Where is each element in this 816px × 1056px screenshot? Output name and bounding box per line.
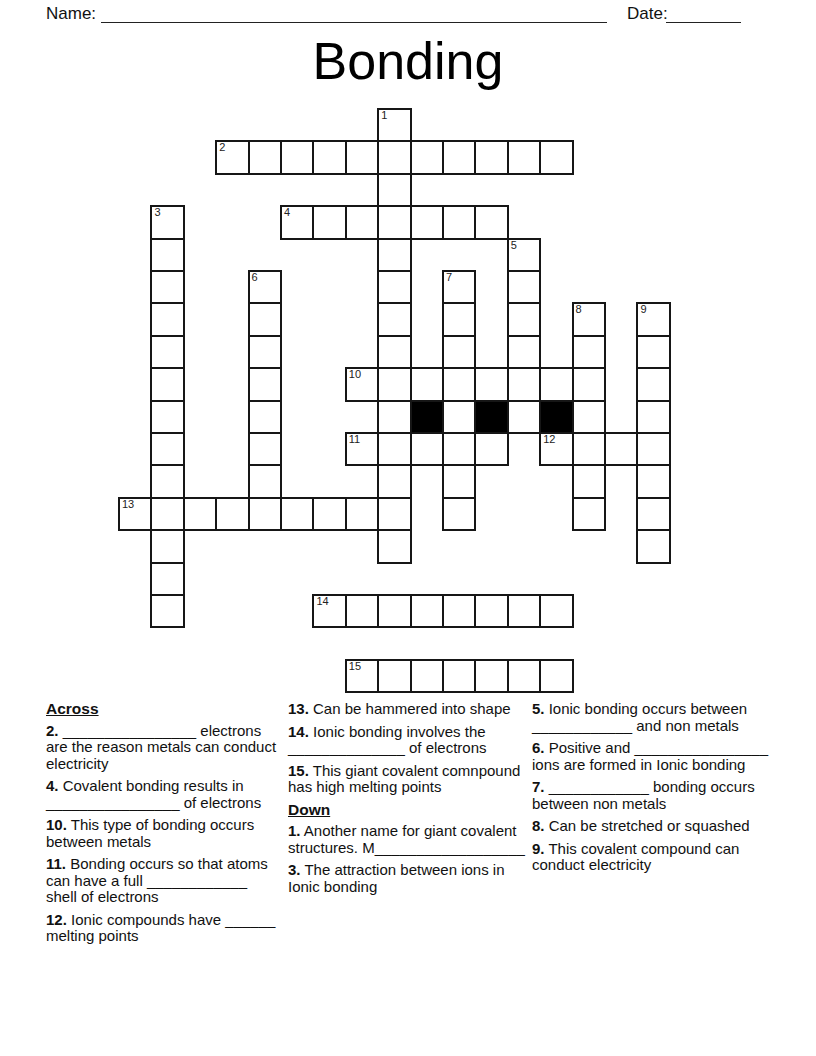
cell-r1c6[interactable]	[312, 140, 346, 174]
cell-r1c11[interactable]	[474, 140, 508, 174]
cell-r12c1[interactable]	[150, 497, 184, 531]
cell-r8c7[interactable]: 10	[345, 367, 379, 401]
clues-column-across: Across2. ________________ electrons are …	[46, 701, 282, 951]
cell-r12c2[interactable]	[183, 497, 217, 531]
clue-14-number: 14.	[288, 723, 309, 740]
down-header: Down	[288, 802, 530, 819]
clue-number-1: 1	[381, 109, 387, 121]
cell-r2c8[interactable]	[377, 173, 411, 207]
worksheet-page: Name: Date: Bonding 12345678910111213141…	[0, 0, 816, 1056]
cell-r8c13[interactable]	[539, 367, 573, 401]
clue-4-number: 4.	[46, 777, 59, 794]
cell-r15c13[interactable]	[539, 594, 573, 628]
clue-14: 14. Ionic bonding involves the _________…	[288, 724, 530, 757]
cell-r10c14[interactable]	[572, 432, 606, 466]
cell-r11c16[interactable]	[636, 464, 670, 498]
clue-7-number: 7.	[532, 778, 545, 795]
cell-r5c12[interactable]	[507, 270, 541, 304]
cell-r17c13[interactable]	[539, 659, 573, 693]
cell-r6c16[interactable]: 9	[636, 302, 670, 336]
cell-r12c5[interactable]	[280, 497, 314, 531]
cell-r10c9[interactable]	[410, 432, 444, 466]
cell-r4c8[interactable]	[377, 238, 411, 272]
cell-r13c1[interactable]	[150, 529, 184, 563]
clue-11-number: 11.	[46, 855, 66, 872]
clue-10: 10. This type of bonding occurs between …	[46, 817, 282, 850]
cell-r11c4[interactable]	[248, 464, 282, 498]
cell-r17c8[interactable]	[377, 659, 411, 693]
cell-r1c5[interactable]	[280, 140, 314, 174]
cell-r15c11[interactable]	[474, 594, 508, 628]
clue-number-7: 7	[446, 271, 452, 283]
clue-7: 7. ____________ bonding occurs between n…	[532, 779, 778, 812]
clue-number-6: 6	[252, 271, 258, 283]
cell-r1c12[interactable]	[507, 140, 541, 174]
clue-6-number: 6.	[532, 739, 545, 756]
cell-r17c11[interactable]	[474, 659, 508, 693]
cell-r3c6[interactable]	[312, 205, 346, 239]
cell-r3c11[interactable]	[474, 205, 508, 239]
page-title: Bonding	[0, 33, 816, 90]
clues-column-down: 5. Ionic bonding occurs between ________…	[532, 701, 778, 880]
cell-r6c4[interactable]	[248, 302, 282, 336]
cell-r9c8[interactable]	[377, 400, 411, 434]
cell-r10c11[interactable]	[474, 432, 508, 466]
cell-r8c9[interactable]	[410, 367, 444, 401]
cell-r15c8[interactable]	[377, 594, 411, 628]
black-cell-r9c9	[410, 400, 444, 434]
clue-5: 5. Ionic bonding occurs between ________…	[532, 701, 778, 734]
cell-r8c8[interactable]	[377, 367, 411, 401]
clue-3: 3. The attraction between ions in Ionic …	[288, 862, 530, 895]
cell-r10c8[interactable]	[377, 432, 411, 466]
cell-r11c8[interactable]	[377, 464, 411, 498]
clue-4: 4. Covalent bonding results in _________…	[46, 778, 282, 811]
cell-r15c12[interactable]	[507, 594, 541, 628]
clue-8-number: 8.	[532, 817, 545, 834]
clue-15: 15. This giant covalent comnpound has hi…	[288, 763, 530, 796]
clue-2: 2. ________________ electrons are the re…	[46, 723, 282, 773]
cell-r9c4[interactable]	[248, 400, 282, 434]
cell-r1c8[interactable]	[377, 140, 411, 174]
clue-10-number: 10.	[46, 816, 67, 833]
cell-r3c5[interactable]: 4	[280, 205, 314, 239]
clue-number-4: 4	[284, 206, 290, 218]
cell-r5c8[interactable]	[377, 270, 411, 304]
cell-r14c1[interactable]	[150, 562, 184, 596]
cell-r8c14[interactable]	[572, 367, 606, 401]
cell-r12c10[interactable]	[442, 497, 476, 531]
cell-r4c1[interactable]	[150, 238, 184, 272]
cell-r5c4[interactable]: 6	[248, 270, 282, 304]
cell-r1c9[interactable]	[410, 140, 444, 174]
cell-r13c16[interactable]	[636, 529, 670, 563]
cell-r9c1[interactable]	[150, 400, 184, 434]
cell-r12c8[interactable]	[377, 497, 411, 531]
cell-r3c9[interactable]	[410, 205, 444, 239]
clue-number-13: 13	[122, 498, 134, 510]
cell-r17c9[interactable]	[410, 659, 444, 693]
cell-r3c1[interactable]: 3	[150, 205, 184, 239]
cell-r0c8[interactable]: 1	[377, 108, 411, 142]
cell-r7c14[interactable]	[572, 335, 606, 369]
cell-r1c10[interactable]	[442, 140, 476, 174]
clue-number-14: 14	[316, 595, 328, 607]
cell-r12c6[interactable]	[312, 497, 346, 531]
clue-number-12: 12	[543, 433, 555, 445]
date-blank-line	[666, 6, 741, 23]
cell-r12c0[interactable]: 13	[118, 497, 152, 531]
name-blank-line	[101, 6, 607, 23]
clue-11: 11. Bonding occurs so that atoms can hav…	[46, 856, 282, 906]
cell-r8c4[interactable]	[248, 367, 282, 401]
cell-r10c13[interactable]: 12	[539, 432, 573, 466]
cell-r15c10[interactable]	[442, 594, 476, 628]
clue-1: 1. Another name for giant covalent struc…	[288, 823, 530, 856]
cell-r7c16[interactable]	[636, 335, 670, 369]
cell-r17c10[interactable]	[442, 659, 476, 693]
across-header: Across	[46, 701, 282, 718]
cell-r15c9[interactable]	[410, 594, 444, 628]
cell-r7c4[interactable]	[248, 335, 282, 369]
cell-r11c10[interactable]	[442, 464, 476, 498]
cell-r3c7[interactable]	[345, 205, 379, 239]
clue-3-number: 3.	[288, 861, 301, 878]
clue-number-8: 8	[576, 303, 582, 315]
cell-r10c15[interactable]	[604, 432, 638, 466]
cell-r7c8[interactable]	[377, 335, 411, 369]
cell-r3c10[interactable]	[442, 205, 476, 239]
cell-r12c14[interactable]	[572, 497, 606, 531]
cell-r1c3[interactable]: 2	[215, 140, 249, 174]
clue-8: 8. Can be stretched or squashed	[532, 818, 778, 835]
clue-number-2: 2	[219, 141, 225, 153]
clues-column-middle: 13. Can be hammered into shape14. Ionic …	[288, 701, 530, 901]
crossword-grid: 123456789101112131415	[118, 108, 672, 694]
cell-r12c4[interactable]	[248, 497, 282, 531]
cell-r10c10[interactable]	[442, 432, 476, 466]
clue-6: 6. Positive and ________________ ions ar…	[532, 740, 778, 773]
cell-r3c8[interactable]	[377, 205, 411, 239]
cell-r12c7[interactable]	[345, 497, 379, 531]
cell-r17c12[interactable]	[507, 659, 541, 693]
cell-r6c1[interactable]	[150, 302, 184, 336]
cell-r10c16[interactable]	[636, 432, 670, 466]
black-cell-r9c13	[539, 400, 573, 434]
cell-r9c12[interactable]	[507, 400, 541, 434]
clue-15-number: 15.	[288, 762, 309, 779]
cell-r8c1[interactable]	[150, 367, 184, 401]
date-label: Date:	[627, 4, 668, 24]
clue-13-number: 13.	[288, 700, 309, 717]
cell-r9c14[interactable]	[572, 400, 606, 434]
clue-12-number: 12.	[46, 911, 67, 928]
cell-r11c1[interactable]	[150, 464, 184, 498]
cell-r15c7[interactable]	[345, 594, 379, 628]
clue-number-3: 3	[154, 206, 160, 218]
cell-r10c7[interactable]: 11	[345, 432, 379, 466]
clue-9-number: 9.	[532, 840, 545, 857]
cell-r7c1[interactable]	[150, 335, 184, 369]
clue-number-11: 11	[349, 433, 360, 445]
cell-r5c10[interactable]: 7	[442, 270, 476, 304]
clue-number-15: 15	[349, 660, 361, 672]
name-label: Name:	[46, 4, 96, 24]
cell-r6c10[interactable]	[442, 302, 476, 336]
cell-r6c12[interactable]	[507, 302, 541, 336]
cell-r6c14[interactable]: 8	[572, 302, 606, 336]
cell-r6c8[interactable]	[377, 302, 411, 336]
clue-5-number: 5.	[532, 700, 545, 717]
cell-r1c13[interactable]	[539, 140, 573, 174]
clue-number-5: 5	[511, 239, 517, 251]
cell-r12c3[interactable]	[215, 497, 249, 531]
cell-r15c6[interactable]: 14	[312, 594, 346, 628]
clue-12: 12. Ionic compounds have ______ melting …	[46, 912, 282, 945]
clue-1-number: 1.	[288, 822, 301, 839]
cell-r17c7[interactable]: 15	[345, 659, 379, 693]
cell-r10c4[interactable]	[248, 432, 282, 466]
cell-r15c1[interactable]	[150, 594, 184, 628]
clue-13: 13. Can be hammered into shape	[288, 701, 530, 718]
clue-2-number: 2.	[46, 722, 59, 739]
black-cell-r9c11	[474, 400, 508, 434]
cell-r1c4[interactable]	[248, 140, 282, 174]
cell-r9c10[interactable]	[442, 400, 476, 434]
cell-r8c16[interactable]	[636, 367, 670, 401]
cell-r11c14[interactable]	[572, 464, 606, 498]
cell-r1c7[interactable]	[345, 140, 379, 174]
clue-9: 9. This covalent compound can conduct el…	[532, 841, 778, 874]
cell-r8c11[interactable]	[474, 367, 508, 401]
cell-r8c12[interactable]	[507, 367, 541, 401]
cell-r5c1[interactable]	[150, 270, 184, 304]
cell-r7c10[interactable]	[442, 335, 476, 369]
cell-r12c16[interactable]	[636, 497, 670, 531]
clue-number-9: 9	[640, 303, 646, 315]
cell-r7c12[interactable]	[507, 335, 541, 369]
cell-r4c12[interactable]: 5	[507, 238, 541, 272]
cell-r10c1[interactable]	[150, 432, 184, 466]
cell-r13c8[interactable]	[377, 529, 411, 563]
cell-r8c10[interactable]	[442, 367, 476, 401]
cell-r9c16[interactable]	[636, 400, 670, 434]
clue-number-10: 10	[349, 368, 361, 380]
